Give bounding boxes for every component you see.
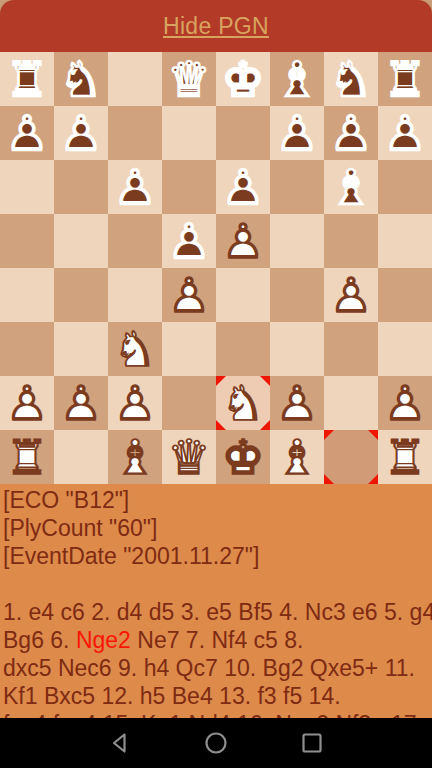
piece-white-pawn[interactable]: ♟: [162, 268, 216, 322]
square-d6[interactable]: [162, 160, 216, 214]
square-g8[interactable]: ♞♘: [324, 52, 378, 106]
square-f1[interactable]: ♝♗: [270, 430, 324, 484]
last-move-marker-icon: [260, 420, 270, 430]
piece-white-pawn-detail: ♙: [324, 268, 378, 322]
pgn-blank-line: [3, 570, 430, 598]
piece-black-pawn-detail: ♙: [54, 106, 108, 160]
square-d2[interactable]: [162, 376, 216, 430]
piece-white-pawn-detail: ♙: [378, 376, 432, 430]
piece-white-knight-detail: ♘: [108, 322, 162, 376]
square-b8[interactable]: ♞♘: [54, 52, 108, 106]
square-f4[interactable]: [270, 268, 324, 322]
piece-white-pawn[interactable]: ♟: [0, 376, 54, 430]
square-g4[interactable]: ♟♙: [324, 268, 378, 322]
square-b7[interactable]: ♟♙: [54, 106, 108, 160]
piece-white-queen[interactable]: ♛: [162, 430, 216, 484]
square-d1[interactable]: ♛♕: [162, 430, 216, 484]
square-h2[interactable]: ♟♙: [378, 376, 432, 430]
square-b4[interactable]: [54, 268, 108, 322]
piece-black-pawn-detail: ♙: [108, 160, 162, 214]
recents-button[interactable]: [299, 730, 325, 756]
piece-black-pawn[interactable]: ♟: [324, 106, 378, 160]
square-a2[interactable]: ♟♙: [0, 376, 54, 430]
piece-black-bishop[interactable]: ♝: [270, 52, 324, 106]
square-a3[interactable]: [0, 322, 54, 376]
piece-black-king[interactable]: ♚: [216, 52, 270, 106]
piece-white-knight[interactable]: ♞: [108, 322, 162, 376]
square-d3[interactable]: [162, 322, 216, 376]
piece-white-pawn-detail: ♙: [54, 376, 108, 430]
square-g3[interactable]: [324, 322, 378, 376]
piece-white-rook-detail: ♖: [378, 430, 432, 484]
piece-black-knight-detail: ♘: [324, 52, 378, 106]
square-e3[interactable]: [216, 322, 270, 376]
square-e7[interactable]: [216, 106, 270, 160]
square-c1[interactable]: ♝♗: [108, 430, 162, 484]
square-b1[interactable]: [54, 430, 108, 484]
chess-board: ♜♖♞♘♛♕♚♔♝♗♞♘♜♖♟♙♟♙♟♙♟♙♟♙♟♙♟♙♝♗♟♙♟♙♟♙♟♙♞♘…: [0, 52, 432, 484]
piece-black-rook[interactable]: ♜: [378, 52, 432, 106]
square-c2[interactable]: ♟♙: [108, 376, 162, 430]
square-g6[interactable]: ♝♗: [324, 160, 378, 214]
hide-pgn-button[interactable]: Hide PGN: [163, 13, 269, 40]
piece-black-pawn-detail: ♙: [378, 106, 432, 160]
square-b2[interactable]: ♟♙: [54, 376, 108, 430]
square-e8[interactable]: ♚♔: [216, 52, 270, 106]
square-b6[interactable]: [54, 160, 108, 214]
square-a8[interactable]: ♜♖: [0, 52, 54, 106]
pgn-move-line: Kf1 Bxc5 12. h5 Be4 13. f3 f5 14.: [3, 682, 430, 710]
piece-white-pawn[interactable]: ♟: [324, 268, 378, 322]
square-a1[interactable]: ♜♖: [0, 430, 54, 484]
android-nav-bar: [0, 718, 432, 768]
square-f3[interactable]: [270, 322, 324, 376]
piece-white-pawn[interactable]: ♟: [108, 376, 162, 430]
piece-black-pawn-detail: ♙: [216, 160, 270, 214]
piece-black-knight[interactable]: ♞: [54, 52, 108, 106]
piece-white-pawn-detail: ♙: [270, 376, 324, 430]
square-e5[interactable]: ♟♙: [216, 214, 270, 268]
square-f6[interactable]: [270, 160, 324, 214]
piece-black-rook-detail: ♖: [378, 52, 432, 106]
square-h4[interactable]: [378, 268, 432, 322]
last-move-marker-icon: [368, 474, 378, 484]
square-a7[interactable]: ♟♙: [0, 106, 54, 160]
back-button[interactable]: [107, 730, 133, 756]
square-g5[interactable]: [324, 214, 378, 268]
piece-white-queen-detail: ♕: [162, 430, 216, 484]
square-d7[interactable]: [162, 106, 216, 160]
pgn-header-line: [EventDate "2001.11.27"]: [3, 542, 430, 570]
square-a5[interactable]: [0, 214, 54, 268]
piece-white-pawn-detail: ♙: [108, 376, 162, 430]
piece-black-pawn[interactable]: ♟: [0, 106, 54, 160]
home-icon: [204, 731, 228, 755]
square-a4[interactable]: [0, 268, 54, 322]
back-icon: [108, 731, 132, 755]
pgn-headers: [ECO "B12"][PlyCount "60"][EventDate "20…: [3, 486, 430, 570]
square-e6[interactable]: ♟♙: [216, 160, 270, 214]
chess-app-screen: Hide PGN ♜♖♞♘♛♕♚♔♝♗♞♘♜♖♟♙♟♙♟♙♟♙♟♙♟♙♟♙♝♗♟…: [0, 0, 432, 768]
square-d5[interactable]: ♟♙: [162, 214, 216, 268]
pgn-moves-segment: Kf1 Bxc5 12. h5 Be4 13. f3 f5 14.: [3, 683, 341, 709]
square-e1[interactable]: ♚♔: [216, 430, 270, 484]
pgn-toggle-bar[interactable]: Hide PGN: [0, 0, 432, 52]
pgn-moves-segment: Bg6 6.: [3, 627, 76, 653]
piece-black-rook-detail: ♖: [0, 52, 54, 106]
piece-white-bishop[interactable]: ♝: [108, 430, 162, 484]
piece-black-pawn-detail: ♙: [270, 106, 324, 160]
piece-white-rook[interactable]: ♜: [378, 430, 432, 484]
square-h6[interactable]: [378, 160, 432, 214]
square-g2[interactable]: [324, 376, 378, 430]
square-c7[interactable]: [108, 106, 162, 160]
square-g1[interactable]: [324, 430, 378, 484]
piece-white-bishop[interactable]: ♝: [270, 430, 324, 484]
piece-black-pawn[interactable]: ♟: [378, 106, 432, 160]
square-d8[interactable]: ♛♕: [162, 52, 216, 106]
last-move-marker-icon: [368, 430, 378, 440]
pgn-move-line: dxc5 Nec6 9. h4 Qc7 10. Bg2 Qxe5+ 11.: [3, 654, 430, 682]
piece-black-pawn[interactable]: ♟: [162, 214, 216, 268]
piece-white-king[interactable]: ♚: [216, 430, 270, 484]
square-c6[interactable]: ♟♙: [108, 160, 162, 214]
piece-white-pawn-detail: ♙: [216, 214, 270, 268]
piece-white-pawn-detail: ♙: [0, 376, 54, 430]
piece-black-rook[interactable]: ♜: [0, 52, 54, 106]
piece-black-queen-detail: ♕: [162, 52, 216, 106]
piece-black-knight-detail: ♘: [54, 52, 108, 106]
piece-black-pawn[interactable]: ♟: [270, 106, 324, 160]
pgn-panel[interactable]: [ECO "B12"][PlyCount "60"][EventDate "20…: [0, 484, 432, 718]
square-h7[interactable]: ♟♙: [378, 106, 432, 160]
square-c4[interactable]: [108, 268, 162, 322]
last-move-marker-icon: [216, 376, 226, 386]
pgn-moves-segment: Ne7 7. Nf4 c5 8.: [131, 627, 304, 653]
piece-white-rook[interactable]: ♜: [0, 430, 54, 484]
pgn-move-line: 1. e4 c6 2. d4 d5 3. e5 Bf5 4. Nc3 e6 5.…: [3, 598, 430, 626]
pgn-header-line: [ECO "B12"]: [3, 486, 430, 514]
piece-black-pawn-detail: ♙: [0, 106, 54, 160]
piece-white-pawn-detail: ♙: [162, 268, 216, 322]
piece-white-pawn[interactable]: ♟: [270, 376, 324, 430]
square-c3[interactable]: ♞♘: [108, 322, 162, 376]
piece-black-queen[interactable]: ♛: [162, 52, 216, 106]
piece-white-rook-detail: ♖: [0, 430, 54, 484]
square-b3[interactable]: [54, 322, 108, 376]
square-d4[interactable]: ♟♙: [162, 268, 216, 322]
piece-white-bishop-detail: ♗: [270, 430, 324, 484]
piece-black-pawn[interactable]: ♟: [108, 160, 162, 214]
piece-white-pawn[interactable]: ♟: [54, 376, 108, 430]
last-move-marker-icon: [324, 430, 334, 440]
piece-black-bishop-detail: ♗: [324, 160, 378, 214]
square-f7[interactable]: ♟♙: [270, 106, 324, 160]
square-b5[interactable]: [54, 214, 108, 268]
square-a6[interactable]: [0, 160, 54, 214]
pgn-header-line: [PlyCount "60"]: [3, 514, 430, 542]
square-e2[interactable]: ♞♘: [216, 376, 270, 430]
home-button[interactable]: [203, 730, 229, 756]
recents-icon: [300, 731, 324, 755]
square-f5[interactable]: [270, 214, 324, 268]
pgn-moves-segment: dxc5 Nec6 9. h4 Qc7 10. Bg2 Qxe5+ 11.: [3, 655, 415, 681]
piece-white-king-detail: ♔: [216, 430, 270, 484]
pgn-move-text: 1. e4 c6 2. d4 d5 3. e5 Bf5 4. Nc3 e6 5.…: [3, 598, 430, 718]
square-h3[interactable]: [378, 322, 432, 376]
piece-black-pawn-detail: ♙: [324, 106, 378, 160]
square-g7[interactable]: ♟♙: [324, 106, 378, 160]
current-move-highlight[interactable]: Nge2: [76, 627, 131, 653]
last-move-marker-icon: [324, 474, 334, 484]
piece-black-bishop-detail: ♗: [270, 52, 324, 106]
piece-black-knight[interactable]: ♞: [324, 52, 378, 106]
pgn-move-line: Bg6 6. Nge2 Ne7 7. Nf4 c5 8.: [3, 626, 430, 654]
last-move-marker-icon: [216, 420, 226, 430]
square-c5[interactable]: [108, 214, 162, 268]
piece-white-bishop-detail: ♗: [108, 430, 162, 484]
piece-black-pawn[interactable]: ♟: [216, 160, 270, 214]
pgn-moves-segment: fxe4 fxe4 15. Ke1 Nd4 16. Nce2 Nf3+ 17.: [3, 711, 423, 718]
square-h1[interactable]: ♜♖: [378, 430, 432, 484]
square-f2[interactable]: ♟♙: [270, 376, 324, 430]
square-c8[interactable]: [108, 52, 162, 106]
square-h5[interactable]: [378, 214, 432, 268]
piece-black-bishop[interactable]: ♝: [324, 160, 378, 214]
pgn-move-line: fxe4 fxe4 15. Ke1 Nd4 16. Nce2 Nf3+ 17.: [3, 710, 430, 718]
pgn-moves-segment: 1. e4 c6 2. d4 d5 3. e5 Bf5 4. Nc3 e6 5.…: [3, 599, 432, 625]
piece-black-pawn-detail: ♙: [162, 214, 216, 268]
last-move-marker-icon: [260, 376, 270, 386]
piece-black-pawn[interactable]: ♟: [54, 106, 108, 160]
square-e4[interactable]: [216, 268, 270, 322]
piece-black-king-detail: ♔: [216, 52, 270, 106]
piece-white-pawn[interactable]: ♟: [378, 376, 432, 430]
square-h8[interactable]: ♜♖: [378, 52, 432, 106]
square-f8[interactable]: ♝♗: [270, 52, 324, 106]
piece-white-pawn[interactable]: ♟: [216, 214, 270, 268]
